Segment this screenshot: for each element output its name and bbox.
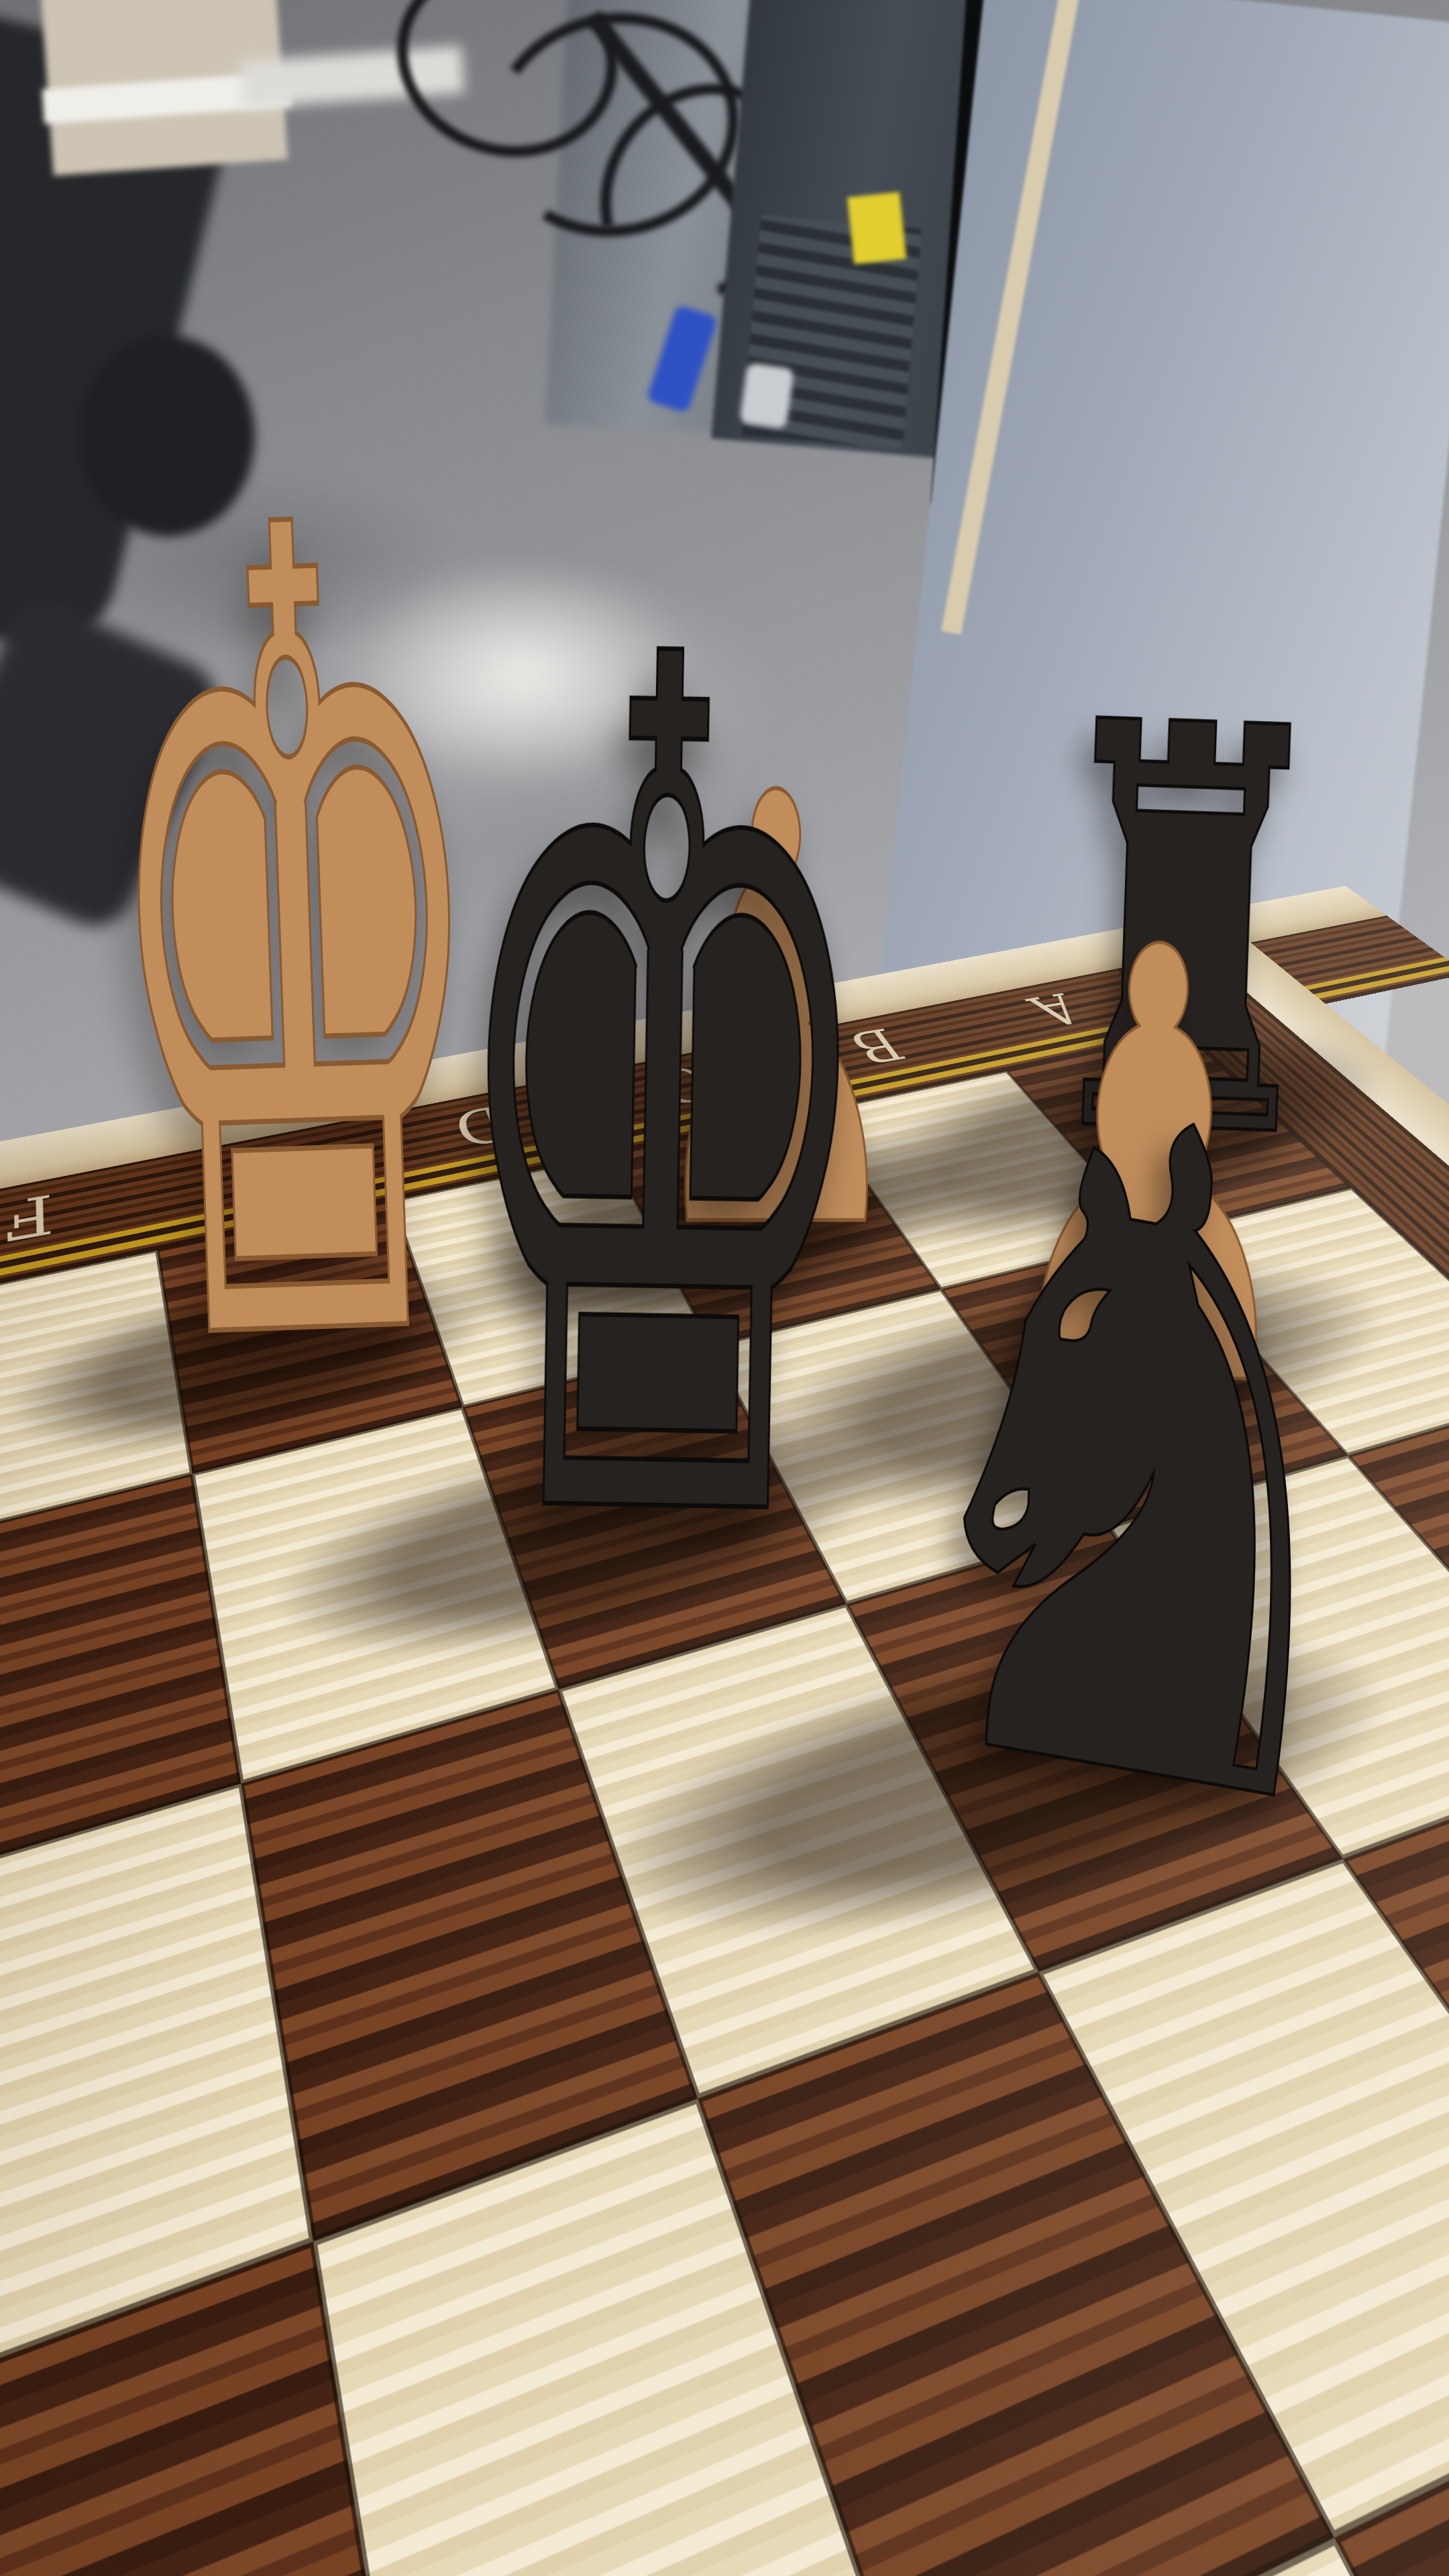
- photo-of-chessboard: { "game": "chess", "scene": { "descripti…: [0, 0, 1449, 2576]
- black-king: ♚: [429, 510, 896, 1690]
- file-label-f: F: [4, 1182, 54, 1253]
